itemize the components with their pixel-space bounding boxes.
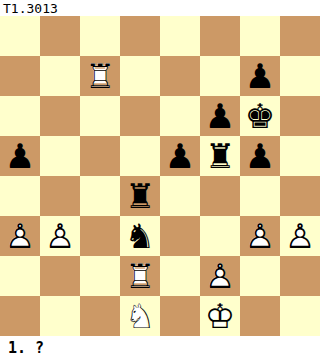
piece-fill-layer: ♜ [120, 256, 160, 296]
square-g6[interactable]: ♚ [240, 96, 280, 136]
piece-white-pawn-h3: ♟♙ [280, 216, 320, 256]
square-c2[interactable] [80, 256, 120, 296]
square-e8[interactable] [160, 16, 200, 56]
square-h7[interactable] [280, 56, 320, 96]
piece-outline-layer: ♙ [200, 256, 240, 296]
piece-outline-layer: ♖ [120, 256, 160, 296]
piece-white-knight-d1: ♞♘ [120, 296, 160, 336]
piece-white-pawn-a3: ♟♙ [0, 216, 40, 256]
square-d6[interactable] [120, 96, 160, 136]
square-e1[interactable] [160, 296, 200, 336]
square-e6[interactable] [160, 96, 200, 136]
square-f2[interactable]: ♟♙ [200, 256, 240, 296]
piece-black-pawn-a5: ♟ [0, 136, 40, 176]
square-f1[interactable]: ♚♔ [200, 296, 240, 336]
piece-fill-layer: ♚ [240, 96, 280, 136]
square-b8[interactable] [40, 16, 80, 56]
square-g2[interactable] [240, 256, 280, 296]
piece-black-pawn-f6: ♟ [200, 96, 240, 136]
piece-fill-layer: ♞ [120, 296, 160, 336]
square-f7[interactable] [200, 56, 240, 96]
piece-fill-layer: ♟ [240, 136, 280, 176]
piece-black-rook-f5: ♜ [200, 136, 240, 176]
piece-fill-layer: ♟ [280, 216, 320, 256]
square-h8[interactable] [280, 16, 320, 56]
square-g4[interactable] [240, 176, 280, 216]
piece-fill-layer: ♟ [0, 136, 40, 176]
square-g8[interactable] [240, 16, 280, 56]
square-h1[interactable] [280, 296, 320, 336]
piece-outline-layer: ♙ [280, 216, 320, 256]
square-b5[interactable] [40, 136, 80, 176]
square-g5[interactable]: ♟ [240, 136, 280, 176]
piece-outline-layer: ♙ [240, 216, 280, 256]
piece-white-king-f1: ♚♔ [200, 296, 240, 336]
piece-white-pawn-b3: ♟♙ [40, 216, 80, 256]
piece-black-knight-d3: ♞ [120, 216, 160, 256]
square-e4[interactable] [160, 176, 200, 216]
square-c8[interactable] [80, 16, 120, 56]
square-c3[interactable] [80, 216, 120, 256]
square-g3[interactable]: ♟♙ [240, 216, 280, 256]
square-h5[interactable] [280, 136, 320, 176]
square-c7[interactable]: ♜♖ [80, 56, 120, 96]
square-b3[interactable]: ♟♙ [40, 216, 80, 256]
piece-white-rook-c7: ♜♖ [80, 56, 120, 96]
square-d7[interactable] [120, 56, 160, 96]
piece-outline-layer: ♔ [200, 296, 240, 336]
square-b1[interactable] [40, 296, 80, 336]
piece-black-pawn-e5: ♟ [160, 136, 200, 176]
piece-fill-layer: ♟ [240, 56, 280, 96]
piece-black-pawn-g7: ♟ [240, 56, 280, 96]
square-d4[interactable]: ♜ [120, 176, 160, 216]
square-e3[interactable] [160, 216, 200, 256]
square-d5[interactable] [120, 136, 160, 176]
piece-fill-layer: ♞ [120, 216, 160, 256]
square-f3[interactable] [200, 216, 240, 256]
piece-outline-layer: ♙ [0, 216, 40, 256]
square-e5[interactable]: ♟ [160, 136, 200, 176]
square-d2[interactable]: ♜♖ [120, 256, 160, 296]
square-a1[interactable] [0, 296, 40, 336]
square-f4[interactable] [200, 176, 240, 216]
piece-fill-layer: ♜ [200, 136, 240, 176]
square-a3[interactable]: ♟♙ [0, 216, 40, 256]
piece-fill-layer: ♚ [200, 296, 240, 336]
square-b6[interactable] [40, 96, 80, 136]
piece-outline-layer: ♖ [80, 56, 120, 96]
square-e7[interactable] [160, 56, 200, 96]
square-h3[interactable]: ♟♙ [280, 216, 320, 256]
piece-white-rook-d2: ♜♖ [120, 256, 160, 296]
square-f5[interactable]: ♜ [200, 136, 240, 176]
piece-black-rook-d4: ♜ [120, 176, 160, 216]
square-h2[interactable] [280, 256, 320, 296]
square-a2[interactable] [0, 256, 40, 296]
square-g7[interactable]: ♟ [240, 56, 280, 96]
square-a6[interactable] [0, 96, 40, 136]
square-h4[interactable] [280, 176, 320, 216]
chess-board: ♜♖♟♟♚♟♟♜♟♜♟♙♟♙♞♟♙♟♙♜♖♟♙♞♘♚♔ [0, 16, 320, 336]
piece-fill-layer: ♟ [0, 216, 40, 256]
square-e2[interactable] [160, 256, 200, 296]
piece-outline-layer: ♘ [120, 296, 160, 336]
square-f8[interactable] [200, 16, 240, 56]
piece-fill-layer: ♟ [160, 136, 200, 176]
square-d8[interactable] [120, 16, 160, 56]
square-c6[interactable] [80, 96, 120, 136]
piece-fill-layer: ♟ [200, 256, 240, 296]
square-a7[interactable] [0, 56, 40, 96]
piece-white-pawn-f2: ♟♙ [200, 256, 240, 296]
square-a5[interactable]: ♟ [0, 136, 40, 176]
square-d3[interactable]: ♞ [120, 216, 160, 256]
piece-black-pawn-g5: ♟ [240, 136, 280, 176]
square-c5[interactable] [80, 136, 120, 176]
square-f6[interactable]: ♟ [200, 96, 240, 136]
piece-black-king-g6: ♚ [240, 96, 280, 136]
square-c1[interactable] [80, 296, 120, 336]
square-h6[interactable] [280, 96, 320, 136]
square-b4[interactable] [40, 176, 80, 216]
piece-fill-layer: ♟ [240, 216, 280, 256]
square-b2[interactable] [40, 256, 80, 296]
square-g1[interactable] [240, 296, 280, 336]
square-d1[interactable]: ♞♘ [120, 296, 160, 336]
piece-fill-layer: ♟ [200, 96, 240, 136]
piece-fill-layer: ♜ [80, 56, 120, 96]
piece-outline-layer: ♙ [40, 216, 80, 256]
chess-puzzle-app: T1.3013 ♜♖♟♟♚♟♟♜♟♜♟♙♟♙♞♟♙♟♙♜♖♟♙♞♘♚♔ 1. ? [0, 0, 320, 360]
piece-fill-layer: ♜ [120, 176, 160, 216]
square-a4[interactable] [0, 176, 40, 216]
square-c4[interactable] [80, 176, 120, 216]
square-a8[interactable] [0, 16, 40, 56]
piece-fill-layer: ♟ [40, 216, 80, 256]
piece-white-pawn-g3: ♟♙ [240, 216, 280, 256]
puzzle-title: T1.3013 [0, 0, 320, 16]
square-b7[interactable] [40, 56, 80, 96]
move-prompt: 1. ? [0, 336, 320, 360]
